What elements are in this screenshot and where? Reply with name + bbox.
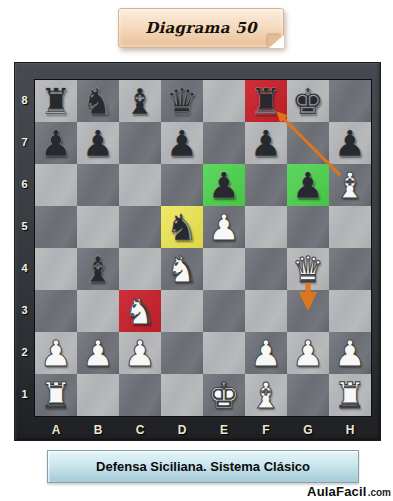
piece-black-pawn-e6: ♟: [203, 164, 245, 206]
square-h3: [329, 290, 371, 332]
piece-black-rook-f8: ♜: [245, 80, 287, 122]
piece-white-pawn-f2: ♟: [245, 332, 287, 374]
piece-white-pawn-e5: ♟: [203, 206, 245, 248]
square-g1: [287, 374, 329, 416]
square-a4: [35, 248, 77, 290]
square-f4: [245, 248, 287, 290]
rank-label-3: 3: [15, 289, 34, 331]
square-a6: [35, 164, 77, 206]
square-b5: [77, 206, 119, 248]
square-e5: ♟: [203, 206, 245, 248]
square-d8: ♛: [161, 80, 203, 122]
piece-black-pawn-b7: ♟: [77, 122, 119, 164]
rank-label-1: 1: [15, 373, 34, 415]
square-b6: [77, 164, 119, 206]
square-e6: ♟: [203, 164, 245, 206]
square-f7: ♟: [245, 122, 287, 164]
piece-white-knight-d4: ♞: [161, 248, 203, 290]
square-c1: [119, 374, 161, 416]
square-b3: [77, 290, 119, 332]
square-f6: [245, 164, 287, 206]
square-e8: [203, 80, 245, 122]
piece-black-pawn-h7: ♟: [329, 122, 371, 164]
chess-board: ♜♞♝♛♜♚♟♟♟♟♟♟♟♝♞♟♝♞♛♞♟♟♟♟♟♟♜♚♝♜: [34, 79, 372, 417]
square-g7: [287, 122, 329, 164]
diagram-banner: Diagrama 50: [118, 8, 284, 48]
square-d6: [161, 164, 203, 206]
piece-white-pawn-g2: ♟: [287, 332, 329, 374]
file-label-H: H: [329, 420, 371, 440]
file-label-C: C: [119, 420, 161, 440]
square-g5: [287, 206, 329, 248]
square-h6: ♝: [329, 164, 371, 206]
square-g2: ♟: [287, 332, 329, 374]
square-a5: [35, 206, 77, 248]
square-c3: ♞: [119, 290, 161, 332]
caption-text: Defensa Siciliana. Sistema Clásico: [48, 451, 358, 482]
square-b1: [77, 374, 119, 416]
piece-black-pawn-d7: ♟: [161, 122, 203, 164]
rank-label-6: 6: [15, 163, 34, 205]
rank-label-4: 4: [15, 247, 34, 289]
file-label-D: D: [161, 420, 203, 440]
square-g6: ♟: [287, 164, 329, 206]
square-f8: ♜: [245, 80, 287, 122]
square-e7: [203, 122, 245, 164]
piece-black-bishop-c8: ♝: [119, 80, 161, 122]
file-label-A: A: [35, 420, 77, 440]
piece-black-rook-a8: ♜: [35, 80, 77, 122]
square-f2: ♟: [245, 332, 287, 374]
diagram-title: Diagrama 50: [119, 9, 283, 47]
file-label-G: G: [287, 420, 329, 440]
square-c5: [119, 206, 161, 248]
rank-label-8: 8: [15, 79, 34, 121]
square-c2: ♟: [119, 332, 161, 374]
square-h5: [329, 206, 371, 248]
square-e3: [203, 290, 245, 332]
brand-name[interactable]: AulaFacil: [307, 484, 367, 499]
piece-black-king-g8: ♚: [287, 80, 329, 122]
square-b7: ♟: [77, 122, 119, 164]
piece-white-knight-c3: ♞: [119, 290, 161, 332]
piece-white-pawn-a2: ♟: [35, 332, 77, 374]
piece-black-pawn-f7: ♟: [245, 122, 287, 164]
square-f1: ♝: [245, 374, 287, 416]
file-label-B: B: [77, 420, 119, 440]
piece-white-pawn-c2: ♟: [119, 332, 161, 374]
piece-black-pawn-g6: ♟: [287, 164, 329, 206]
piece-white-rook-a1: ♜: [35, 374, 77, 416]
square-a7: ♟: [35, 122, 77, 164]
square-a1: ♜: [35, 374, 77, 416]
caption-bar: Defensa Siciliana. Sistema Clásico: [47, 450, 359, 483]
square-g3: [287, 290, 329, 332]
piece-white-bishop-f1: ♝: [245, 374, 287, 416]
piece-white-queen-g4: ♛: [287, 248, 329, 290]
site-branding[interactable]: AulaFacil.com: [307, 482, 391, 500]
square-c6: [119, 164, 161, 206]
piece-black-queen-d8: ♛: [161, 80, 203, 122]
square-b2: ♟: [77, 332, 119, 374]
square-b8: ♞: [77, 80, 119, 122]
square-e4: [203, 248, 245, 290]
square-g8: ♚: [287, 80, 329, 122]
file-label-E: E: [203, 420, 245, 440]
rank-label-7: 7: [15, 121, 34, 163]
square-c8: ♝: [119, 80, 161, 122]
square-c7: [119, 122, 161, 164]
square-e2: [203, 332, 245, 374]
square-d7: ♟: [161, 122, 203, 164]
piece-black-pawn-a7: ♟: [35, 122, 77, 164]
chess-board-frame: 87654321 ABCDEFGH ♜♞♝♛♜♚♟♟♟♟♟♟♟♝♞♟♝♞♛♞♟♟…: [14, 62, 381, 441]
piece-black-bishop-b4: ♝: [77, 248, 119, 290]
square-g4: ♛: [287, 248, 329, 290]
square-h2: ♟: [329, 332, 371, 374]
square-b4: ♝: [77, 248, 119, 290]
piece-white-bishop-h6: ♝: [329, 164, 371, 206]
square-e1: ♚: [203, 374, 245, 416]
square-d4: ♞: [161, 248, 203, 290]
file-label-F: F: [245, 420, 287, 440]
square-d1: [161, 374, 203, 416]
square-d5: ♞: [161, 206, 203, 248]
piece-black-knight-b8: ♞: [77, 80, 119, 122]
square-a3: [35, 290, 77, 332]
square-h8: [329, 80, 371, 122]
piece-white-pawn-b2: ♟: [77, 332, 119, 374]
square-d3: [161, 290, 203, 332]
piece-white-rook-h1: ♜: [329, 374, 371, 416]
square-h4: [329, 248, 371, 290]
square-h1: ♜: [329, 374, 371, 416]
page: Diagrama 50 87654321 ABCDEFGH ♜♞♝♛♜♚♟♟♟♟…: [0, 0, 393, 501]
square-h7: ♟: [329, 122, 371, 164]
square-d2: [161, 332, 203, 374]
piece-white-pawn-h2: ♟: [329, 332, 371, 374]
square-c4: [119, 248, 161, 290]
square-a2: ♟: [35, 332, 77, 374]
square-f5: [245, 206, 287, 248]
brand-tld[interactable]: .com: [368, 487, 391, 498]
piece-black-knight-d5: ♞: [161, 206, 203, 248]
square-a8: ♜: [35, 80, 77, 122]
piece-white-king-e1: ♚: [203, 374, 245, 416]
rank-label-5: 5: [15, 205, 34, 247]
square-f3: [245, 290, 287, 332]
rank-label-2: 2: [15, 331, 34, 373]
